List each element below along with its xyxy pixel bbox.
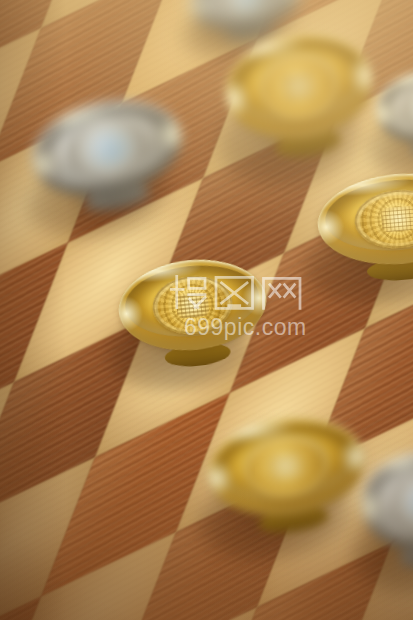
ingot-gold-top bbox=[218, 23, 382, 161]
ingot-silver-top-right bbox=[372, 64, 413, 157]
pieces-layer bbox=[0, 0, 413, 620]
ingot-silver-bottom-right bbox=[358, 448, 413, 566]
ingot-gold-center-hero bbox=[114, 253, 272, 368]
ingot-silver-top-left bbox=[23, 87, 193, 218]
ingot-gold-right bbox=[314, 167, 413, 281]
photo-canvas: 699pic.com bbox=[0, 0, 413, 620]
